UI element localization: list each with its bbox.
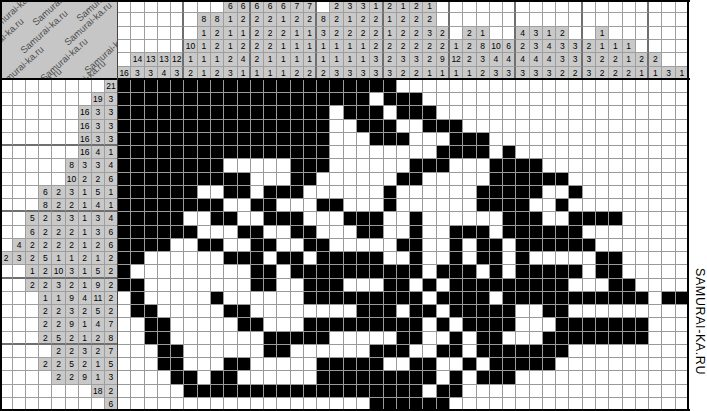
grid-cell[interactable] (184, 385, 197, 398)
grid-cell[interactable] (304, 265, 317, 278)
grid-cell[interactable] (357, 93, 370, 106)
grid-cell[interactable] (131, 345, 144, 358)
grid-cell[interactable] (317, 345, 330, 358)
grid-cell[interactable] (450, 252, 463, 265)
grid-cell[interactable] (636, 146, 649, 159)
grid-cell[interactable] (304, 279, 317, 292)
grid-cell[interactable] (238, 186, 251, 199)
grid-cell[interactable] (463, 199, 476, 212)
grid-cell[interactable] (264, 371, 277, 384)
grid-cell[interactable] (145, 173, 158, 186)
grid-cell[interactable] (291, 332, 304, 345)
grid-cell[interactable] (530, 305, 543, 318)
grid-cell[interactable] (171, 239, 184, 252)
grid-cell[interactable] (477, 371, 490, 384)
grid-cell[interactable] (330, 252, 343, 265)
grid-cell[interactable] (344, 345, 357, 358)
grid-cell[interactable] (423, 305, 436, 318)
grid-cell[interactable] (264, 318, 277, 331)
grid-cell[interactable] (543, 93, 556, 106)
grid-cell[interactable] (304, 345, 317, 358)
grid-cell[interactable] (397, 226, 410, 239)
grid-cell[interactable] (158, 292, 171, 305)
grid-cell[interactable] (304, 371, 317, 384)
grid-cell[interactable] (583, 252, 596, 265)
grid-cell[interactable] (463, 239, 476, 252)
grid-cell[interactable] (463, 80, 476, 93)
grid-cell[interactable] (596, 292, 609, 305)
grid-cell[interactable] (158, 212, 171, 225)
grid-cell[interactable] (344, 199, 357, 212)
grid-cell[interactable] (490, 345, 503, 358)
grid-cell[interactable] (118, 385, 131, 398)
grid-cell[interactable] (344, 305, 357, 318)
grid-cell[interactable] (171, 212, 184, 225)
grid-cell[interactable] (251, 226, 264, 239)
grid-cell[interactable] (530, 332, 543, 345)
grid-cell[interactable] (171, 173, 184, 186)
grid-cell[interactable] (224, 385, 237, 398)
grid-cell[interactable] (662, 106, 675, 119)
grid-cell[interactable] (397, 318, 410, 331)
grid-cell[interactable] (543, 173, 556, 186)
grid-cell[interactable] (583, 106, 596, 119)
grid-cell[interactable] (357, 345, 370, 358)
grid-cell[interactable] (357, 292, 370, 305)
grid-cell[interactable] (463, 305, 476, 318)
grid-cell[interactable] (277, 186, 290, 199)
grid-cell[interactable] (330, 93, 343, 106)
grid-cell[interactable] (357, 385, 370, 398)
grid-cell[interactable] (224, 212, 237, 225)
grid-cell[interactable] (357, 80, 370, 93)
grid-cell[interactable] (251, 212, 264, 225)
grid-cell[interactable] (636, 226, 649, 239)
grid-cell[interactable] (370, 80, 383, 93)
grid-cell[interactable] (264, 106, 277, 119)
grid-cell[interactable] (171, 106, 184, 119)
grid-cell[interactable] (596, 265, 609, 278)
grid-cell[interactable] (662, 120, 675, 133)
grid-cell[interactable] (317, 371, 330, 384)
grid-cell[interactable] (423, 212, 436, 225)
grid-cell[interactable] (264, 146, 277, 159)
grid-cell[interactable] (397, 279, 410, 292)
grid-cell[interactable] (410, 239, 423, 252)
grid-cell[interactable] (330, 146, 343, 159)
grid-cell[interactable] (264, 186, 277, 199)
grid-cell[interactable] (118, 318, 131, 331)
grid-cell[interactable] (277, 159, 290, 172)
grid-cell[interactable] (636, 305, 649, 318)
grid-cell[interactable] (357, 305, 370, 318)
grid-cell[interactable] (357, 239, 370, 252)
grid-cell[interactable] (330, 159, 343, 172)
grid-cell[interactable] (437, 279, 450, 292)
grid-cell[interactable] (291, 212, 304, 225)
grid-cell[interactable] (609, 239, 622, 252)
grid-cell[interactable] (158, 265, 171, 278)
grid-cell[interactable] (623, 239, 636, 252)
grid-cell[interactable] (450, 318, 463, 331)
grid-cell[interactable] (503, 292, 516, 305)
grid-cell[interactable] (291, 186, 304, 199)
grid-cell[interactable] (556, 146, 569, 159)
grid-cell[interactable] (662, 279, 675, 292)
grid-cell[interactable] (423, 252, 436, 265)
grid-cell[interactable] (131, 318, 144, 331)
grid-cell[interactable] (450, 279, 463, 292)
grid-cell[interactable] (330, 239, 343, 252)
grid-cell[interactable] (384, 345, 397, 358)
grid-cell[interactable] (477, 93, 490, 106)
grid-cell[interactable] (437, 80, 450, 93)
grid-cell[interactable] (649, 133, 662, 146)
grid-cell[interactable] (384, 226, 397, 239)
grid-cell[interactable] (131, 146, 144, 159)
grid-cell[interactable] (596, 332, 609, 345)
grid-cell[interactable] (463, 212, 476, 225)
grid-cell[interactable] (543, 385, 556, 398)
grid-cell[interactable] (198, 212, 211, 225)
grid-cell[interactable] (158, 279, 171, 292)
grid-cell[interactable] (344, 252, 357, 265)
grid-cell[interactable] (569, 318, 582, 331)
grid-cell[interactable] (463, 120, 476, 133)
grid-cell[interactable] (423, 332, 436, 345)
grid-cell[interactable] (397, 106, 410, 119)
grid-cell[interactable] (636, 239, 649, 252)
grid-cell[interactable] (569, 80, 582, 93)
grid-cell[interactable] (131, 292, 144, 305)
grid-cell[interactable] (131, 279, 144, 292)
grid-cell[interactable] (277, 279, 290, 292)
grid-cell[interactable] (477, 332, 490, 345)
grid-cell[interactable] (437, 385, 450, 398)
grid-cell[interactable] (304, 252, 317, 265)
grid-cell[interactable] (649, 265, 662, 278)
grid-cell[interactable] (145, 358, 158, 371)
grid-cell[interactable] (304, 80, 317, 93)
grid-cell[interactable] (583, 318, 596, 331)
grid-cell[interactable] (583, 93, 596, 106)
grid-cell[interactable] (516, 385, 529, 398)
grid-cell[interactable] (437, 186, 450, 199)
grid-cell[interactable] (662, 173, 675, 186)
grid-cell[interactable] (211, 93, 224, 106)
grid-cell[interactable] (370, 358, 383, 371)
grid-cell[interactable] (264, 252, 277, 265)
grid-cell[interactable] (423, 292, 436, 305)
grid-cell[interactable] (317, 239, 330, 252)
grid-cell[interactable] (384, 173, 397, 186)
grid-cell[interactable] (543, 133, 556, 146)
grid-cell[interactable] (131, 332, 144, 345)
grid-cell[interactable] (158, 146, 171, 159)
grid-cell[interactable] (291, 385, 304, 398)
grid-cell[interactable] (662, 358, 675, 371)
grid-cell[interactable] (330, 173, 343, 186)
grid-cell[interactable] (556, 120, 569, 133)
grid-cell[interactable] (224, 265, 237, 278)
grid-cell[interactable] (145, 305, 158, 318)
grid-cell[interactable] (277, 133, 290, 146)
grid-cell[interactable] (198, 120, 211, 133)
grid-cell[interactable] (184, 332, 197, 345)
grid-cell[interactable] (158, 239, 171, 252)
grid-cell[interactable] (543, 226, 556, 239)
grid-cell[interactable] (437, 239, 450, 252)
grid-cell[interactable] (357, 371, 370, 384)
grid-cell[interactable] (291, 239, 304, 252)
grid-cell[interactable] (145, 385, 158, 398)
grid-cell[interactable] (211, 371, 224, 384)
grid-cell[interactable] (397, 265, 410, 278)
grid-cell[interactable] (145, 345, 158, 358)
grid-cell[interactable] (145, 186, 158, 199)
grid-cell[interactable] (583, 358, 596, 371)
grid-cell[interactable] (477, 146, 490, 159)
grid-cell[interactable] (583, 212, 596, 225)
grid-cell[interactable] (370, 173, 383, 186)
grid-cell[interactable] (370, 265, 383, 278)
grid-cell[interactable] (251, 186, 264, 199)
grid-cell[interactable] (583, 305, 596, 318)
grid-cell[interactable] (357, 120, 370, 133)
grid-cell[interactable] (304, 120, 317, 133)
grid-cell[interactable] (583, 239, 596, 252)
grid-cell[interactable] (503, 106, 516, 119)
grid-cell[interactable] (370, 318, 383, 331)
grid-cell[interactable] (277, 106, 290, 119)
grid-cell[interactable] (503, 133, 516, 146)
grid-cell[interactable] (357, 212, 370, 225)
grid-cell[interactable] (596, 345, 609, 358)
grid-cell[interactable] (384, 292, 397, 305)
grid-cell[interactable] (463, 159, 476, 172)
grid-cell[interactable] (238, 80, 251, 93)
grid-cell[interactable] (397, 385, 410, 398)
grid-cell[interactable] (304, 106, 317, 119)
grid-cell[interactable] (556, 226, 569, 239)
grid-cell[interactable] (662, 252, 675, 265)
grid-cell[interactable] (530, 80, 543, 93)
grid-cell[interactable] (198, 332, 211, 345)
grid-cell[interactable] (171, 133, 184, 146)
grid-cell[interactable] (649, 120, 662, 133)
grid-cell[interactable] (317, 159, 330, 172)
grid-cell[interactable] (543, 252, 556, 265)
grid-cell[interactable] (662, 146, 675, 159)
grid-cell[interactable] (516, 159, 529, 172)
grid-cell[interactable] (145, 292, 158, 305)
grid-cell[interactable] (556, 371, 569, 384)
grid-cell[interactable] (158, 371, 171, 384)
grid-cell[interactable] (224, 159, 237, 172)
grid-cell[interactable] (238, 173, 251, 186)
grid-cell[interactable] (238, 252, 251, 265)
grid-cell[interactable] (530, 199, 543, 212)
grid-cell[interactable] (118, 159, 131, 172)
grid-cell[interactable] (503, 305, 516, 318)
grid-cell[interactable] (450, 80, 463, 93)
grid-cell[interactable] (662, 318, 675, 331)
grid-cell[interactable] (224, 80, 237, 93)
grid-cell[interactable] (569, 332, 582, 345)
grid-cell[interactable] (184, 292, 197, 305)
grid-cell[interactable] (264, 305, 277, 318)
grid-cell[interactable] (636, 385, 649, 398)
grid-cell[interactable] (437, 265, 450, 278)
grid-cell[interactable] (623, 292, 636, 305)
grid-cell[interactable] (198, 305, 211, 318)
grid-cell[interactable] (410, 305, 423, 318)
grid-cell[interactable] (330, 120, 343, 133)
grid-cell[interactable] (264, 265, 277, 278)
grid-cell[interactable] (330, 332, 343, 345)
grid-cell[interactable] (450, 371, 463, 384)
grid-cell[interactable] (184, 186, 197, 199)
grid-cell[interactable] (238, 159, 251, 172)
grid-cell[interactable] (158, 173, 171, 186)
grid-cell[interactable] (437, 212, 450, 225)
grid-cell[interactable] (184, 265, 197, 278)
grid-cell[interactable] (211, 173, 224, 186)
grid-cell[interactable] (317, 358, 330, 371)
grid-cell[interactable] (344, 106, 357, 119)
grid-cell[interactable] (330, 292, 343, 305)
grid-cell[interactable] (317, 305, 330, 318)
grid-cell[interactable] (463, 265, 476, 278)
grid-cell[interactable] (131, 120, 144, 133)
grid-cell[interactable] (171, 199, 184, 212)
grid-cell[interactable] (437, 146, 450, 159)
grid-cell[interactable] (530, 252, 543, 265)
grid-cell[interactable] (450, 93, 463, 106)
grid-cell[interactable] (583, 292, 596, 305)
grid-cell[interactable] (556, 199, 569, 212)
grid-cell[interactable] (304, 305, 317, 318)
grid-cell[interactable] (145, 199, 158, 212)
grid-cell[interactable] (410, 292, 423, 305)
grid-cell[interactable] (662, 345, 675, 358)
grid-cell[interactable] (423, 159, 436, 172)
grid-cell[interactable] (450, 199, 463, 212)
grid-cell[interactable] (516, 226, 529, 239)
grid-cell[interactable] (370, 292, 383, 305)
grid-cell[interactable] (516, 80, 529, 93)
grid-cell[interactable] (184, 120, 197, 133)
grid-cell[interactable] (596, 106, 609, 119)
grid-cell[interactable] (503, 146, 516, 159)
grid-cell[interactable] (543, 80, 556, 93)
grid-cell[interactable] (463, 385, 476, 398)
grid-cell[interactable] (344, 120, 357, 133)
grid-cell[interactable] (184, 133, 197, 146)
grid-cell[interactable] (623, 318, 636, 331)
grid-cell[interactable] (198, 345, 211, 358)
grid-cell[interactable] (450, 292, 463, 305)
grid-cell[interactable] (384, 159, 397, 172)
grid-cell[interactable] (503, 120, 516, 133)
grid-cell[interactable] (583, 332, 596, 345)
grid-cell[interactable] (530, 133, 543, 146)
grid-cell[interactable] (463, 146, 476, 159)
grid-cell[interactable] (277, 146, 290, 159)
grid-cell[interactable] (583, 159, 596, 172)
grid-cell[interactable] (609, 252, 622, 265)
grid-cell[interactable] (277, 252, 290, 265)
grid-cell[interactable] (490, 252, 503, 265)
grid-cell[interactable] (344, 385, 357, 398)
grid-cell[interactable] (477, 159, 490, 172)
grid-cell[interactable] (623, 93, 636, 106)
grid-cell[interactable] (397, 358, 410, 371)
grid-cell[interactable] (238, 345, 251, 358)
grid-cell[interactable] (317, 146, 330, 159)
grid-cell[interactable] (583, 146, 596, 159)
grid-cell[interactable] (198, 252, 211, 265)
grid-cell[interactable] (211, 199, 224, 212)
grid-cell[interactable] (623, 106, 636, 119)
grid-cell[interactable] (330, 345, 343, 358)
grid-cell[interactable] (277, 212, 290, 225)
grid-cell[interactable] (623, 186, 636, 199)
grid-cell[interactable] (131, 186, 144, 199)
puzzle-grid[interactable] (118, 80, 689, 411)
grid-cell[interactable] (251, 93, 264, 106)
grid-cell[interactable] (251, 199, 264, 212)
grid-cell[interactable] (543, 146, 556, 159)
grid-cell[interactable] (530, 345, 543, 358)
grid-cell[interactable] (423, 106, 436, 119)
grid-cell[interactable] (238, 358, 251, 371)
grid-cell[interactable] (596, 133, 609, 146)
grid-cell[interactable] (649, 93, 662, 106)
grid-cell[interactable] (463, 173, 476, 186)
grid-cell[interactable] (530, 146, 543, 159)
grid-cell[interactable] (623, 332, 636, 345)
grid-cell[interactable] (477, 252, 490, 265)
grid-cell[interactable] (184, 279, 197, 292)
grid-cell[interactable] (397, 305, 410, 318)
grid-cell[interactable] (490, 106, 503, 119)
grid-cell[interactable] (477, 292, 490, 305)
grid-cell[interactable] (530, 186, 543, 199)
grid-cell[interactable] (304, 332, 317, 345)
grid-cell[interactable] (477, 305, 490, 318)
grid-cell[interactable] (636, 318, 649, 331)
grid-cell[interactable] (291, 226, 304, 239)
grid-cell[interactable] (384, 146, 397, 159)
grid-cell[interactable] (410, 199, 423, 212)
grid-cell[interactable] (410, 385, 423, 398)
grid-cell[interactable] (251, 318, 264, 331)
grid-cell[interactable] (636, 279, 649, 292)
grid-cell[interactable] (251, 80, 264, 93)
grid-cell[interactable] (662, 239, 675, 252)
grid-cell[interactable] (118, 212, 131, 225)
grid-cell[interactable] (384, 80, 397, 93)
grid-cell[interactable] (238, 292, 251, 305)
grid-cell[interactable] (171, 358, 184, 371)
grid-cell[interactable] (490, 159, 503, 172)
grid-cell[interactable] (623, 173, 636, 186)
grid-cell[interactable] (145, 371, 158, 384)
grid-cell[interactable] (649, 239, 662, 252)
grid-cell[interactable] (224, 358, 237, 371)
grid-cell[interactable] (184, 318, 197, 331)
